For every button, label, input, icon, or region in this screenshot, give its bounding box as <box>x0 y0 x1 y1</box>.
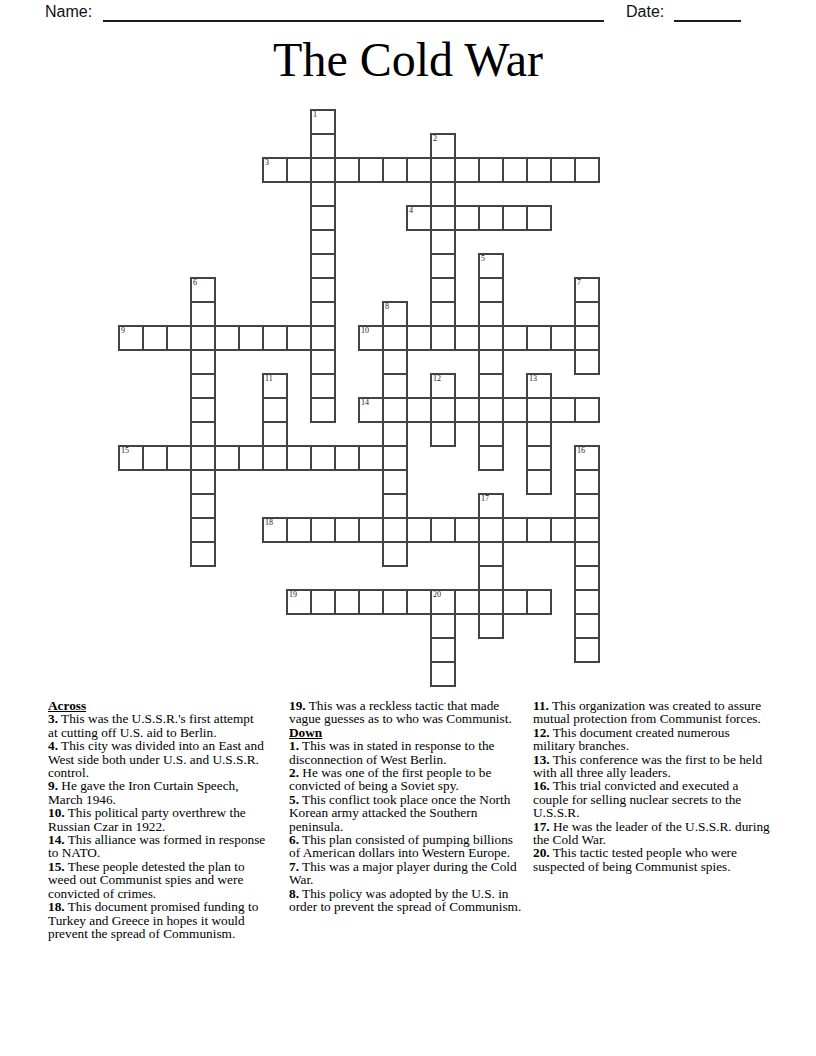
grid-cell-r18c15[interactable] <box>478 541 504 567</box>
clue-text-19: 19. This was a reckless tactic that made… <box>289 699 522 726</box>
clue-text-13: 13. This conference was the first to be … <box>533 753 771 780</box>
grid-cell-r4c16[interactable] <box>502 205 528 231</box>
grid-cell-r11c13[interactable]: 12 <box>430 373 456 399</box>
clue-text-18: 18. This document promised funding to Tu… <box>48 900 266 940</box>
grid-cell-r9c18[interactable] <box>550 325 576 351</box>
clue-num-label: 5. <box>289 792 299 807</box>
grid-cell-r15c3[interactable] <box>190 469 216 495</box>
grid-cell-r9c19[interactable] <box>574 325 600 351</box>
grid-cell-r14c0[interactable]: 15 <box>118 445 144 471</box>
grid-cell-r4c8[interactable] <box>310 205 336 231</box>
grid-cell-r12c10[interactable]: 14 <box>358 397 384 423</box>
grid-cell-r9c12[interactable] <box>406 325 432 351</box>
grid-cell-r9c8[interactable] <box>310 325 336 351</box>
grid-cell-r14c10[interactable] <box>358 445 384 471</box>
grid-cell-r17c14[interactable] <box>454 517 480 543</box>
clue-number-8: 8 <box>385 302 389 311</box>
clue-num-label: 15. <box>48 859 65 874</box>
clue-text-9: 9. He gave the Iron Curtain Speech, Marc… <box>48 779 266 806</box>
grid-cell-r9c5[interactable] <box>238 325 264 351</box>
grid-cell-r14c6[interactable] <box>262 445 288 471</box>
clue-num-label: 19. <box>289 698 306 713</box>
grid-cell-r14c1[interactable] <box>142 445 168 471</box>
grid-cell-r2c7[interactable] <box>286 157 312 183</box>
grid-cell-r12c13[interactable] <box>430 397 456 423</box>
clue-number-14: 14 <box>361 398 369 407</box>
grid-cell-r8c3[interactable] <box>190 301 216 327</box>
grid-cell-r11c17[interactable]: 13 <box>526 373 552 399</box>
grid-cell-r3c13[interactable] <box>430 181 456 207</box>
grid-cell-r17c10[interactable] <box>358 517 384 543</box>
clue-number-7: 7 <box>577 278 581 287</box>
grid-cell-r22c13[interactable] <box>430 637 456 663</box>
grid-cell-r7c19[interactable]: 7 <box>574 277 600 303</box>
grid-cell-r7c8[interactable] <box>310 277 336 303</box>
grid-cell-r4c15[interactable] <box>478 205 504 231</box>
grid-cell-r6c13[interactable] <box>430 253 456 279</box>
grid-cell-r22c19[interactable] <box>574 637 600 663</box>
clue-list-header-across: Across <box>48 699 266 712</box>
grid-cell-r9c15[interactable] <box>478 325 504 351</box>
grid-cell-r14c3[interactable] <box>190 445 216 471</box>
clue-num-label: 13. <box>533 752 550 767</box>
clue-num-label: 6. <box>289 832 299 847</box>
clue-number-9: 9 <box>121 326 125 335</box>
clue-num-label: 4. <box>48 738 58 753</box>
date-label: Date: <box>626 3 664 21</box>
clue-number-10: 10 <box>361 326 369 335</box>
grid-cell-r19c15[interactable] <box>478 565 504 591</box>
clue-text-12: 12. This document created numerous milit… <box>533 726 771 753</box>
clue-num-label: 8. <box>289 886 299 901</box>
grid-cell-r23c13[interactable] <box>430 661 456 687</box>
grid-cell-r15c17[interactable] <box>526 469 552 495</box>
clue-num-label: 14. <box>48 832 65 847</box>
clue-number-2: 2 <box>433 134 437 143</box>
clue-text-17: 17. He was the leader of the U.S.S.R. du… <box>533 820 771 847</box>
grid-cell-r7c3[interactable]: 6 <box>190 277 216 303</box>
grid-cell-r4c17[interactable] <box>526 205 552 231</box>
grid-cell-r17c11[interactable] <box>382 517 408 543</box>
grid-cell-r18c3[interactable] <box>190 541 216 567</box>
clue-list-header-down: Down <box>289 726 522 739</box>
date-fill-line[interactable] <box>674 3 741 22</box>
grid-cell-r13c6[interactable] <box>262 421 288 447</box>
grid-cell-r16c3[interactable] <box>190 493 216 519</box>
grid-cell-r20c13[interactable]: 20 <box>430 589 456 615</box>
grid-cell-r7c15[interactable] <box>478 277 504 303</box>
grid-cell-r8c13[interactable] <box>430 301 456 327</box>
grid-cell-r4c14[interactable] <box>454 205 480 231</box>
grid-cell-r9c3[interactable] <box>190 325 216 351</box>
grid-cell-r13c3[interactable] <box>190 421 216 447</box>
grid-cell-r11c11[interactable] <box>382 373 408 399</box>
grid-cell-r18c19[interactable] <box>574 541 600 567</box>
grid-cell-r18c11[interactable] <box>382 541 408 567</box>
grid-cell-r20c9[interactable] <box>334 589 360 615</box>
grid-cell-r2c6[interactable]: 3 <box>262 157 288 183</box>
grid-cell-r17c15[interactable] <box>478 517 504 543</box>
grid-cell-r17c3[interactable] <box>190 517 216 543</box>
grid-cell-r6c8[interactable] <box>310 253 336 279</box>
clue-num-label: 7. <box>289 859 299 874</box>
grid-cell-r16c19[interactable] <box>574 493 600 519</box>
name-label: Name: <box>45 3 92 21</box>
grid-cell-r2c18[interactable] <box>550 157 576 183</box>
grid-cell-r9c1[interactable] <box>142 325 168 351</box>
clue-number-1: 1 <box>313 110 317 119</box>
clue-text-14: 14. This alliance was formed in response… <box>48 833 266 860</box>
grid-cell-r2c10[interactable] <box>358 157 384 183</box>
grid-cell-r10c19[interactable] <box>574 349 600 375</box>
clue-num-label: 1. <box>289 738 299 753</box>
grid-cell-r2c12[interactable] <box>406 157 432 183</box>
grid-cell-r9c14[interactable] <box>454 325 480 351</box>
grid-cell-r9c7[interactable] <box>286 325 312 351</box>
grid-cell-r2c14[interactable] <box>454 157 480 183</box>
clue-number-15: 15 <box>121 446 129 455</box>
clue-text-7: 7. This was a major player during the Co… <box>289 860 522 887</box>
grid-cell-r14c7[interactable] <box>286 445 312 471</box>
grid-cell-r17c7[interactable] <box>286 517 312 543</box>
clue-text-2: 2. He was one of the first people to be … <box>289 766 522 793</box>
clue-num-label: 3. <box>48 711 58 726</box>
grid-cell-r17c16[interactable] <box>502 517 528 543</box>
grid-cell-r12c19[interactable] <box>574 397 600 423</box>
clue-column-3: 11. This organization was created to ass… <box>533 699 771 873</box>
grid-cell-r13c11[interactable] <box>382 421 408 447</box>
grid-cell-r14c19[interactable]: 16 <box>574 445 600 471</box>
grid-cell-r9c6[interactable] <box>262 325 288 351</box>
grid-cell-r9c11[interactable] <box>382 325 408 351</box>
clue-text-8: 8. This policy was adopted by the U.S. i… <box>289 887 522 914</box>
grid-cell-r10c3[interactable] <box>190 349 216 375</box>
grid-cell-r17c13[interactable] <box>430 517 456 543</box>
clue-number-19: 19 <box>289 590 297 599</box>
grid-cell-r20c12[interactable] <box>406 589 432 615</box>
grid-cell-r17c9[interactable] <box>334 517 360 543</box>
grid-cell-r9c2[interactable] <box>166 325 192 351</box>
grid-cell-r19c19[interactable] <box>574 565 600 591</box>
grid-cell-r9c16[interactable] <box>502 325 528 351</box>
grid-cell-r9c13[interactable] <box>430 325 456 351</box>
grid-cell-r15c19[interactable] <box>574 469 600 495</box>
grid-cell-r6c15[interactable]: 5 <box>478 253 504 279</box>
grid-cell-r2c16[interactable] <box>502 157 528 183</box>
clue-number-5: 5 <box>481 254 485 263</box>
grid-cell-r20c10[interactable] <box>358 589 384 615</box>
worksheet-page: Name: Date: The Cold War 123456789101112… <box>0 0 816 1056</box>
grid-cell-r20c8[interactable] <box>310 589 336 615</box>
grid-cell-r12c14[interactable] <box>454 397 480 423</box>
grid-cell-r11c15[interactable] <box>478 373 504 399</box>
grid-cell-r2c13[interactable] <box>430 157 456 183</box>
grid-cell-r8c11[interactable]: 8 <box>382 301 408 327</box>
grid-cell-r4c13[interactable] <box>430 205 456 231</box>
grid-cell-r4c12[interactable]: 4 <box>406 205 432 231</box>
grid-cell-r21c13[interactable] <box>430 613 456 639</box>
clue-text-3: 3. This was the U.S.S.R.'s first attempt… <box>48 712 266 739</box>
clue-text-4: 4. This city was divided into an East an… <box>48 739 266 779</box>
grid-cell-r12c17[interactable] <box>526 397 552 423</box>
clue-num-label: 17. <box>533 819 550 834</box>
grid-cell-r8c19[interactable] <box>574 301 600 327</box>
clue-number-16: 16 <box>577 446 585 455</box>
grid-cell-r1c8[interactable] <box>310 133 336 159</box>
grid-cell-r9c10[interactable]: 10 <box>358 325 384 351</box>
grid-cell-r12c18[interactable] <box>550 397 576 423</box>
clue-text-20: 20. This tactic tested people who were s… <box>533 846 771 873</box>
grid-cell-r14c15[interactable] <box>478 445 504 471</box>
grid-cell-r12c15[interactable] <box>478 397 504 423</box>
grid-cell-r14c8[interactable] <box>310 445 336 471</box>
clue-num-label: 18. <box>48 899 65 914</box>
grid-cell-r10c15[interactable] <box>478 349 504 375</box>
grid-cell-r2c9[interactable] <box>334 157 360 183</box>
clue-num-label: 11. <box>533 698 549 713</box>
grid-cell-r16c15[interactable]: 17 <box>478 493 504 519</box>
clue-text-5: 5. This conflict took place once the Nor… <box>289 793 522 833</box>
clue-number-18: 18 <box>265 518 273 527</box>
clue-num-label: 16. <box>533 778 550 793</box>
grid-cell-r12c12[interactable] <box>406 397 432 423</box>
grid-cell-r11c3[interactable] <box>190 373 216 399</box>
clue-text-15: 15. These people detested the plan to we… <box>48 860 266 900</box>
clue-number-12: 12 <box>433 374 441 383</box>
crossword-grid: 1234567891011121314151617181920 <box>119 110 599 686</box>
grid-cell-r11c6[interactable]: 11 <box>262 373 288 399</box>
grid-cell-r16c11[interactable] <box>382 493 408 519</box>
grid-cell-r17c19[interactable] <box>574 517 600 543</box>
grid-cell-r21c19[interactable] <box>574 613 600 639</box>
grid-cell-r20c15[interactable] <box>478 589 504 615</box>
clue-num-label: 20. <box>533 845 550 860</box>
grid-cell-r9c0[interactable]: 9 <box>118 325 144 351</box>
grid-cell-r8c15[interactable] <box>478 301 504 327</box>
clue-text-16: 16. This trial convicted and executed a … <box>533 779 771 819</box>
grid-cell-r12c6[interactable] <box>262 397 288 423</box>
clue-number-4: 4 <box>409 206 413 215</box>
grid-cell-r14c4[interactable] <box>214 445 240 471</box>
clue-text-10: 10. This political party overthrew the R… <box>48 806 266 833</box>
grid-cell-r2c17[interactable] <box>526 157 552 183</box>
clue-num-label: 10. <box>48 805 65 820</box>
grid-cell-r2c8[interactable] <box>310 157 336 183</box>
grid-cell-r14c9[interactable] <box>334 445 360 471</box>
grid-cell-r8c8[interactable] <box>310 301 336 327</box>
grid-cell-r0c8[interactable]: 1 <box>310 109 336 135</box>
clue-column-2: 19. This was a reckless tactic that made… <box>289 699 522 914</box>
grid-cell-r21c15[interactable] <box>478 613 504 639</box>
grid-cell-r20c14[interactable] <box>454 589 480 615</box>
grid-cell-r9c17[interactable] <box>526 325 552 351</box>
grid-cell-r13c15[interactable] <box>478 421 504 447</box>
grid-cell-r14c5[interactable] <box>238 445 264 471</box>
grid-cell-r17c17[interactable] <box>526 517 552 543</box>
grid-cell-r12c16[interactable] <box>502 397 528 423</box>
grid-cell-r17c18[interactable] <box>550 517 576 543</box>
grid-cell-r20c11[interactable] <box>382 589 408 615</box>
grid-cell-r2c11[interactable] <box>382 157 408 183</box>
grid-cell-r20c16[interactable] <box>502 589 528 615</box>
clue-number-13: 13 <box>529 374 537 383</box>
grid-cell-r2c19[interactable] <box>574 157 600 183</box>
grid-cell-r17c12[interactable] <box>406 517 432 543</box>
puzzle-title: The Cold War <box>0 34 816 87</box>
grid-cell-r9c4[interactable] <box>214 325 240 351</box>
grid-cell-r13c13[interactable] <box>430 421 456 447</box>
name-fill-line[interactable] <box>103 3 604 22</box>
clue-number-3: 3 <box>265 158 269 167</box>
clue-text-1: 1. This was in stated in response to the… <box>289 739 522 766</box>
grid-cell-r1c13[interactable]: 2 <box>430 133 456 159</box>
grid-cell-r10c11[interactable] <box>382 349 408 375</box>
clue-num-label: 12. <box>533 725 550 740</box>
grid-cell-r10c8[interactable] <box>310 349 336 375</box>
grid-cell-r3c8[interactable] <box>310 181 336 207</box>
grid-cell-r14c17[interactable] <box>526 445 552 471</box>
grid-cell-r12c8[interactable] <box>310 397 336 423</box>
clue-column-1: Across3. This was the U.S.S.R.'s first a… <box>48 699 266 940</box>
grid-cell-r14c11[interactable] <box>382 445 408 471</box>
clue-number-11: 11 <box>265 374 273 383</box>
grid-cell-r17c8[interactable] <box>310 517 336 543</box>
grid-cell-r12c3[interactable] <box>190 397 216 423</box>
grid-cell-r14c2[interactable] <box>166 445 192 471</box>
grid-cell-r12c11[interactable] <box>382 397 408 423</box>
grid-cell-r13c17[interactable] <box>526 421 552 447</box>
grid-cell-r2c15[interactable] <box>478 157 504 183</box>
grid-cell-r11c8[interactable] <box>310 373 336 399</box>
clue-num-label: 9. <box>48 778 58 793</box>
clue-number-20: 20 <box>433 590 441 599</box>
clue-text-11: 11. This organization was created to ass… <box>533 699 771 726</box>
grid-cell-r7c13[interactable] <box>430 277 456 303</box>
grid-cell-r20c7[interactable]: 19 <box>286 589 312 615</box>
grid-cell-r17c6[interactable]: 18 <box>262 517 288 543</box>
grid-cell-r20c19[interactable] <box>574 589 600 615</box>
grid-cell-r5c8[interactable] <box>310 229 336 255</box>
clue-number-17: 17 <box>481 494 489 503</box>
clue-text-6: 6. This plan consisted of pumping billio… <box>289 833 522 860</box>
grid-cell-r15c11[interactable] <box>382 469 408 495</box>
grid-cell-r20c17[interactable] <box>526 589 552 615</box>
clue-num-label: 2. <box>289 765 299 780</box>
grid-cell-r5c13[interactable] <box>430 229 456 255</box>
clue-number-6: 6 <box>193 278 197 287</box>
